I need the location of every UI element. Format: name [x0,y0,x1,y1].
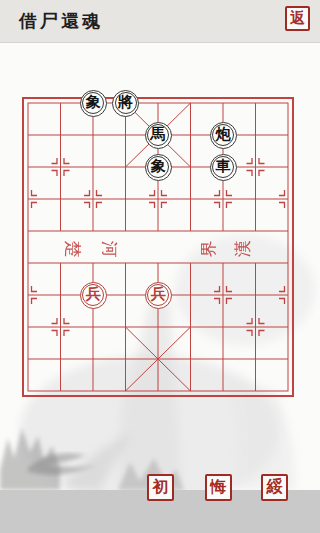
piece-black-general[interactable]: 將 [112,90,139,117]
piece-black-horse[interactable]: 馬 [145,122,172,149]
river-char: 河 [100,241,119,258]
back-button[interactable]: 返 [285,6,310,31]
river-char: 漢 [233,241,252,258]
piece-character: 車 [216,159,231,174]
piece-character: 兵 [151,287,166,302]
puzzle-title: 借尸還魂 [19,9,103,33]
hint-button[interactable]: 綏 [261,474,288,501]
piece-black-elephant[interactable]: 象 [145,154,172,181]
piece-character: 炮 [216,127,231,142]
piece-character: 象 [151,159,166,174]
piece-red-soldier[interactable]: 兵 [80,282,107,309]
undo-button[interactable]: 悔 [205,474,232,501]
piece-black-chariot[interactable]: 車 [210,154,237,181]
piece-black-cannon[interactable]: 炮 [210,122,237,149]
xiangqi-board[interactable]: 楚河界漢 [0,0,320,533]
top-bar: 借尸還魂 返 [0,0,320,43]
river-char: 楚 [63,241,82,258]
restart-button[interactable]: 初 [147,474,174,501]
app-screen: 借尸還魂 返 楚河界漢 象將馬炮象車兵兵 初 悔 綏 [0,0,320,533]
piece-character: 兵 [86,287,101,302]
piece-black-elephant[interactable]: 象 [80,90,107,117]
piece-character: 將 [118,95,133,110]
piece-character: 馬 [151,127,166,142]
piece-character: 象 [86,95,101,110]
piece-red-soldier[interactable]: 兵 [145,282,172,309]
river-char: 界 [199,241,218,258]
